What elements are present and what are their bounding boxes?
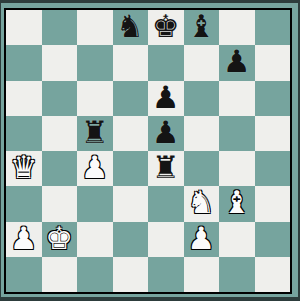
square-c5[interactable]: ♜: [77, 116, 113, 151]
piece-white-pawn[interactable]: ♟: [187, 223, 215, 254]
piece-black-pawn[interactable]: ♟: [152, 82, 180, 113]
square-g7[interactable]: ♟: [219, 45, 255, 80]
square-e4[interactable]: ♜: [148, 151, 184, 186]
square-b2[interactable]: ♚: [42, 222, 78, 257]
piece-white-king[interactable]: ♚: [45, 223, 73, 254]
square-a7[interactable]: [6, 45, 42, 80]
square-h2[interactable]: [255, 222, 291, 257]
square-h7[interactable]: [255, 45, 291, 80]
square-c4[interactable]: ♟: [77, 151, 113, 186]
square-e6[interactable]: ♟: [148, 81, 184, 116]
square-a2[interactable]: ♟: [6, 222, 42, 257]
square-g4[interactable]: [219, 151, 255, 186]
piece-black-knight[interactable]: ♞: [116, 11, 144, 42]
square-e3[interactable]: [148, 186, 184, 221]
square-f2[interactable]: ♟: [184, 222, 220, 257]
square-f1[interactable]: [184, 257, 220, 292]
square-f3[interactable]: ♞: [184, 186, 220, 221]
square-b3[interactable]: [42, 186, 78, 221]
square-g6[interactable]: [219, 81, 255, 116]
square-f4[interactable]: [184, 151, 220, 186]
square-b7[interactable]: [42, 45, 78, 80]
square-a5[interactable]: [6, 116, 42, 151]
piece-black-rook[interactable]: ♜: [152, 152, 180, 183]
piece-black-pawn[interactable]: ♟: [223, 46, 251, 77]
piece-white-bishop[interactable]: ♝: [223, 187, 251, 218]
square-d5[interactable]: [113, 116, 149, 151]
square-a3[interactable]: [6, 186, 42, 221]
piece-black-rook[interactable]: ♜: [81, 117, 109, 148]
square-h8[interactable]: [255, 10, 291, 45]
chess-board: ♞♚♝♟♟♜♟♛♟♜♞♝♟♚♟: [6, 10, 290, 292]
square-c2[interactable]: [77, 222, 113, 257]
square-g8[interactable]: [219, 10, 255, 45]
square-c8[interactable]: [77, 10, 113, 45]
piece-white-knight[interactable]: ♞: [187, 187, 215, 218]
square-c1[interactable]: [77, 257, 113, 292]
square-d8[interactable]: ♞: [113, 10, 149, 45]
square-h6[interactable]: [255, 81, 291, 116]
square-f6[interactable]: [184, 81, 220, 116]
square-e5[interactable]: ♟: [148, 116, 184, 151]
piece-black-king[interactable]: ♚: [152, 11, 180, 42]
square-a6[interactable]: [6, 81, 42, 116]
square-g3[interactable]: ♝: [219, 186, 255, 221]
square-e8[interactable]: ♚: [148, 10, 184, 45]
square-h1[interactable]: [255, 257, 291, 292]
square-e1[interactable]: [148, 257, 184, 292]
square-b1[interactable]: [42, 257, 78, 292]
square-h3[interactable]: [255, 186, 291, 221]
square-d3[interactable]: [113, 186, 149, 221]
square-h4[interactable]: [255, 151, 291, 186]
square-c7[interactable]: [77, 45, 113, 80]
piece-black-bishop[interactable]: ♝: [187, 11, 215, 42]
square-d1[interactable]: [113, 257, 149, 292]
square-c3[interactable]: [77, 186, 113, 221]
square-b4[interactable]: [42, 151, 78, 186]
square-d2[interactable]: [113, 222, 149, 257]
square-b5[interactable]: [42, 116, 78, 151]
piece-white-pawn[interactable]: ♟: [10, 223, 38, 254]
square-d4[interactable]: [113, 151, 149, 186]
square-g1[interactable]: [219, 257, 255, 292]
square-e2[interactable]: [148, 222, 184, 257]
square-e7[interactable]: [148, 45, 184, 80]
piece-black-pawn[interactable]: ♟: [152, 117, 180, 148]
square-g5[interactable]: [219, 116, 255, 151]
square-f5[interactable]: [184, 116, 220, 151]
board-outline: ♞♚♝♟♟♜♟♛♟♜♞♝♟♚♟: [4, 8, 292, 294]
square-b6[interactable]: [42, 81, 78, 116]
square-d6[interactable]: [113, 81, 149, 116]
square-f8[interactable]: ♝: [184, 10, 220, 45]
square-g2[interactable]: [219, 222, 255, 257]
square-a1[interactable]: [6, 257, 42, 292]
piece-white-queen[interactable]: ♛: [10, 152, 38, 183]
square-a4[interactable]: ♛: [6, 151, 42, 186]
square-c6[interactable]: [77, 81, 113, 116]
square-h5[interactable]: [255, 116, 291, 151]
piece-white-pawn[interactable]: ♟: [81, 152, 109, 183]
square-f7[interactable]: [184, 45, 220, 80]
square-b8[interactable]: [42, 10, 78, 45]
square-a8[interactable]: [6, 10, 42, 45]
chess-diagram: ♞♚♝♟♟♜♟♛♟♜♞♝♟♚♟: [0, 0, 300, 301]
square-d7[interactable]: [113, 45, 149, 80]
